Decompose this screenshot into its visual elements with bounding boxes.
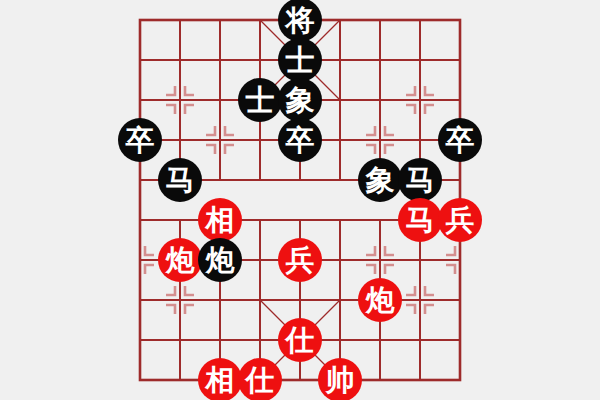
- point-4-5[interactable]: [280, 200, 320, 240]
- piece-black-cannon[interactable]: 炮: [198, 238, 242, 282]
- point-6-2[interactable]: [360, 80, 400, 120]
- point-6-3[interactable]: [360, 120, 400, 160]
- point-0-7[interactable]: [120, 280, 160, 320]
- point-6-7[interactable]: 炮: [360, 280, 400, 320]
- point-7-8[interactable]: [400, 320, 440, 360]
- point-1-4[interactable]: 马: [160, 160, 200, 200]
- point-1-8[interactable]: [160, 320, 200, 360]
- point-6-4[interactable]: 象: [360, 160, 400, 200]
- point-8-8[interactable]: [440, 320, 480, 360]
- point-5-1[interactable]: [320, 40, 360, 80]
- point-3-5[interactable]: [240, 200, 280, 240]
- point-0-6[interactable]: [120, 240, 160, 280]
- piece-red-advisor[interactable]: 仕: [278, 318, 322, 362]
- point-2-8[interactable]: [200, 320, 240, 360]
- point-2-0[interactable]: [200, 0, 240, 40]
- point-6-6[interactable]: [360, 240, 400, 280]
- point-6-8[interactable]: [360, 320, 400, 360]
- piece-black-advisor[interactable]: 士: [238, 78, 282, 122]
- point-7-1[interactable]: [400, 40, 440, 80]
- point-8-0[interactable]: [440, 0, 480, 40]
- point-2-6[interactable]: 炮: [200, 240, 240, 280]
- point-0-2[interactable]: [120, 80, 160, 120]
- point-0-9[interactable]: [120, 360, 160, 400]
- point-4-7[interactable]: [280, 280, 320, 320]
- point-2-9[interactable]: 相: [200, 360, 240, 400]
- point-1-5[interactable]: [160, 200, 200, 240]
- point-3-7[interactable]: [240, 280, 280, 320]
- point-0-1[interactable]: [120, 40, 160, 80]
- point-2-3[interactable]: [200, 120, 240, 160]
- piece-black-elephant[interactable]: 象: [358, 158, 402, 202]
- point-3-3[interactable]: [240, 120, 280, 160]
- point-8-7[interactable]: [440, 280, 480, 320]
- point-6-1[interactable]: [360, 40, 400, 80]
- point-6-5[interactable]: [360, 200, 400, 240]
- point-1-0[interactable]: [160, 0, 200, 40]
- point-8-9[interactable]: [440, 360, 480, 400]
- point-5-4[interactable]: [320, 160, 360, 200]
- piece-red-soldier[interactable]: 兵: [438, 198, 482, 242]
- point-1-1[interactable]: [160, 40, 200, 80]
- point-7-3[interactable]: [400, 120, 440, 160]
- piece-black-soldier[interactable]: 卒: [438, 118, 482, 162]
- point-5-6[interactable]: [320, 240, 360, 280]
- point-0-5[interactable]: [120, 200, 160, 240]
- point-7-6[interactable]: [400, 240, 440, 280]
- point-4-3[interactable]: 卒: [280, 120, 320, 160]
- point-4-9[interactable]: [280, 360, 320, 400]
- point-0-0[interactable]: [120, 0, 160, 40]
- point-1-7[interactable]: [160, 280, 200, 320]
- piece-black-horse[interactable]: 马: [398, 158, 442, 202]
- point-3-8[interactable]: [240, 320, 280, 360]
- point-5-0[interactable]: [320, 0, 360, 40]
- point-7-2[interactable]: [400, 80, 440, 120]
- piece-red-elephant[interactable]: 相: [198, 198, 242, 242]
- piece-black-soldier[interactable]: 卒: [118, 118, 162, 162]
- point-5-9[interactable]: 帅: [320, 360, 360, 400]
- point-1-9[interactable]: [160, 360, 200, 400]
- piece-black-elephant[interactable]: 象: [278, 78, 322, 122]
- piece-black-general[interactable]: 将: [278, 0, 322, 42]
- point-5-5[interactable]: [320, 200, 360, 240]
- point-8-4[interactable]: [440, 160, 480, 200]
- piece-red-advisor[interactable]: 仕: [238, 358, 282, 400]
- point-3-4[interactable]: [240, 160, 280, 200]
- piece-red-elephant[interactable]: 相: [198, 358, 242, 400]
- point-3-2[interactable]: 士: [240, 80, 280, 120]
- point-4-0[interactable]: 将: [280, 0, 320, 40]
- board-points: 将士士象卒卒卒马象马相马兵炮炮兵炮仕相仕帅: [120, 0, 480, 400]
- point-5-7[interactable]: [320, 280, 360, 320]
- point-7-5[interactable]: 马: [400, 200, 440, 240]
- point-8-1[interactable]: [440, 40, 480, 80]
- point-6-9[interactable]: [360, 360, 400, 400]
- point-6-0[interactable]: [360, 0, 400, 40]
- piece-red-general[interactable]: 帅: [318, 358, 362, 400]
- point-8-6[interactable]: [440, 240, 480, 280]
- point-2-7[interactable]: [200, 280, 240, 320]
- point-3-9[interactable]: 仕: [240, 360, 280, 400]
- point-3-1[interactable]: [240, 40, 280, 80]
- point-5-2[interactable]: [320, 80, 360, 120]
- piece-black-horse[interactable]: 马: [158, 158, 202, 202]
- point-2-2[interactable]: [200, 80, 240, 120]
- point-0-4[interactable]: [120, 160, 160, 200]
- point-7-0[interactable]: [400, 0, 440, 40]
- point-4-6[interactable]: 兵: [280, 240, 320, 280]
- point-5-3[interactable]: [320, 120, 360, 160]
- point-4-2[interactable]: 象: [280, 80, 320, 120]
- point-0-3[interactable]: 卒: [120, 120, 160, 160]
- point-2-4[interactable]: [200, 160, 240, 200]
- point-1-3[interactable]: [160, 120, 200, 160]
- piece-red-horse[interactable]: 马: [398, 198, 442, 242]
- point-0-8[interactable]: [120, 320, 160, 360]
- point-2-5[interactable]: 相: [200, 200, 240, 240]
- point-3-0[interactable]: [240, 0, 280, 40]
- point-8-5[interactable]: 兵: [440, 200, 480, 240]
- point-5-8[interactable]: [320, 320, 360, 360]
- point-3-6[interactable]: [240, 240, 280, 280]
- piece-red-soldier[interactable]: 兵: [278, 238, 322, 282]
- piece-red-cannon[interactable]: 炮: [158, 238, 202, 282]
- point-4-1[interactable]: 士: [280, 40, 320, 80]
- point-1-2[interactable]: [160, 80, 200, 120]
- point-8-3[interactable]: 卒: [440, 120, 480, 160]
- point-1-6[interactable]: 炮: [160, 240, 200, 280]
- point-8-2[interactable]: [440, 80, 480, 120]
- point-7-9[interactable]: [400, 360, 440, 400]
- point-7-7[interactable]: [400, 280, 440, 320]
- point-2-1[interactable]: [200, 40, 240, 80]
- point-4-4[interactable]: [280, 160, 320, 200]
- point-7-4[interactable]: 马: [400, 160, 440, 200]
- piece-black-soldier[interactable]: 卒: [278, 118, 322, 162]
- xiangqi-board: 将士士象卒卒卒马象马相马兵炮炮兵炮仕相仕帅: [0, 0, 600, 400]
- piece-black-advisor[interactable]: 士: [278, 38, 322, 82]
- point-4-8[interactable]: 仕: [280, 320, 320, 360]
- piece-red-cannon[interactable]: 炮: [358, 278, 402, 322]
